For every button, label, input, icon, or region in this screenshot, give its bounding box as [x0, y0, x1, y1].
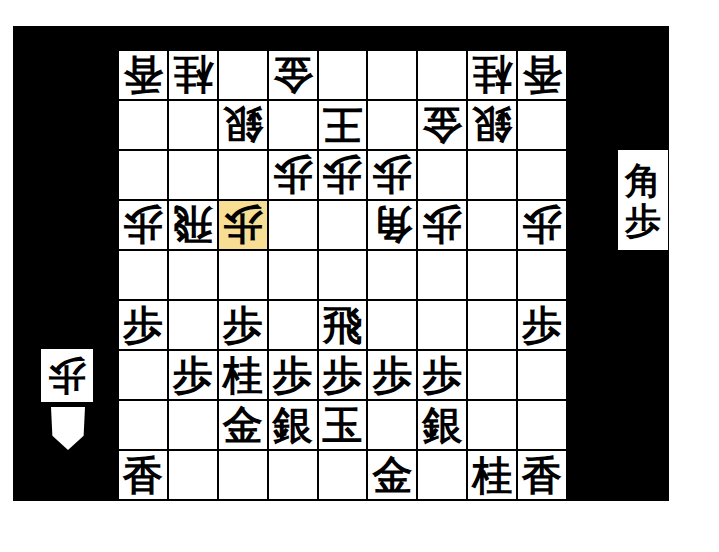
gote-piece: 歩	[123, 205, 163, 245]
gote-piece: 桂	[173, 55, 213, 95]
board-cell[interactable]	[269, 201, 317, 249]
gote-piece: 歩	[522, 205, 562, 245]
board-cell[interactable]: 香	[518, 51, 566, 99]
board-cell[interactable]: 桂	[169, 51, 217, 99]
board-cell[interactable]: 歩	[219, 301, 267, 349]
board-cell[interactable]: 歩	[269, 351, 317, 399]
board-cell[interactable]	[368, 401, 416, 449]
sente-piece: 歩	[422, 355, 462, 395]
board-cell[interactable]	[418, 251, 466, 299]
board-cell[interactable]: 角	[368, 201, 416, 249]
sente-piece: 銀	[422, 405, 462, 445]
board-cell[interactable]: 香	[518, 451, 566, 499]
board-cell[interactable]	[468, 301, 516, 349]
board-cell[interactable]: 歩	[119, 301, 167, 349]
board-cell[interactable]: 歩	[418, 201, 466, 249]
board-cell[interactable]	[368, 51, 416, 99]
board-cell[interactable]: 歩	[269, 151, 317, 199]
board-cell[interactable]	[119, 151, 167, 199]
board-cell[interactable]	[518, 151, 566, 199]
board-cell[interactable]	[368, 301, 416, 349]
board-cell[interactable]: 桂	[219, 351, 267, 399]
gote-piece: 桂	[472, 55, 512, 95]
gote-hand-piece[interactable]: 歩	[48, 357, 86, 395]
sente-piece: 香	[123, 455, 163, 495]
board-cell[interactable]: 金	[418, 101, 466, 149]
board-cell[interactable]: 歩	[518, 301, 566, 349]
board-cell[interactable]: 金	[368, 451, 416, 499]
board-cell[interactable]: 歩	[518, 201, 566, 249]
board-cell[interactable]	[468, 201, 516, 249]
board-cell[interactable]: 王	[319, 101, 367, 149]
gote-piece: 王	[322, 105, 362, 145]
sente-piece: 香	[522, 455, 562, 495]
gote-hand-tray: 歩	[41, 349, 93, 402]
gote-piece: 銀	[223, 105, 263, 145]
board-cell[interactable]	[169, 401, 217, 449]
sente-piece: 金	[372, 455, 412, 495]
board-cell[interactable]: 飛	[319, 301, 367, 349]
board-cell[interactable]: 香	[119, 51, 167, 99]
board-stage: 香桂金桂香銀王金銀歩歩歩歩飛歩角歩歩歩歩飛歩歩桂歩歩歩歩金銀玉銀香金桂香 角歩 …	[13, 26, 669, 501]
board-cell[interactable]: 金	[219, 401, 267, 449]
board-cell[interactable]: 銀	[219, 101, 267, 149]
gote-piece: 香	[123, 55, 163, 95]
gote-piece: 歩	[372, 155, 412, 195]
sente-piece: 金	[223, 405, 263, 445]
board-cell[interactable]: 玉	[319, 401, 367, 449]
gote-turn-marker-icon	[51, 407, 85, 450]
sente-piece: 歩	[223, 305, 263, 345]
gote-piece: 歩	[273, 155, 313, 195]
gote-piece: 金	[273, 55, 313, 95]
sente-piece: 飛	[322, 305, 362, 345]
board-cell[interactable]	[319, 201, 367, 249]
board-cell[interactable]: 銀	[468, 101, 516, 149]
board-cell[interactable]: 歩	[119, 201, 167, 249]
board-cell[interactable]	[518, 251, 566, 299]
board-cell[interactable]	[319, 51, 367, 99]
shogi-diagram-page: 香桂金桂香銀王金銀歩歩歩歩飛歩角歩歩歩歩飛歩歩桂歩歩歩歩金銀玉銀香金桂香 角歩 …	[0, 0, 719, 552]
gote-piece: 歩	[223, 205, 263, 245]
board-cell[interactable]: 桂	[468, 451, 516, 499]
board-cell[interactable]: 香	[119, 451, 167, 499]
board-cell[interactable]: 飛	[169, 201, 217, 249]
gote-piece: 歩	[422, 205, 462, 245]
board-cell[interactable]: 歩	[368, 151, 416, 199]
gote-piece: 銀	[472, 105, 512, 145]
sente-piece: 歩	[522, 305, 562, 345]
board-cell[interactable]	[119, 101, 167, 149]
board-cell[interactable]: 歩	[319, 151, 367, 199]
board-cell[interactable]	[319, 451, 367, 499]
board-cell[interactable]	[119, 401, 167, 449]
sente-hand-piece[interactable]: 歩	[625, 202, 661, 238]
board-cell[interactable]: 歩	[219, 201, 267, 249]
board-cell[interactable]	[269, 451, 317, 499]
board-cell[interactable]: 歩	[368, 351, 416, 399]
board-cell[interactable]	[119, 351, 167, 399]
gote-piece: 角	[372, 205, 412, 245]
gote-piece: 歩	[322, 155, 362, 195]
board-cell[interactable]	[219, 251, 267, 299]
board-cell[interactable]	[169, 251, 217, 299]
board-cell[interactable]	[219, 151, 267, 199]
board-cell[interactable]: 桂	[468, 51, 516, 99]
board-cell[interactable]	[518, 401, 566, 449]
gote-piece: 金	[422, 105, 462, 145]
board-cell[interactable]	[418, 301, 466, 349]
board-cell[interactable]	[468, 351, 516, 399]
gote-piece: 飛	[173, 205, 213, 245]
board-cell[interactable]	[418, 51, 466, 99]
board-cell[interactable]	[418, 151, 466, 199]
board-cell[interactable]	[169, 151, 217, 199]
sente-piece: 桂	[472, 455, 512, 495]
board-cell[interactable]: 歩	[319, 351, 367, 399]
board-cell[interactable]	[468, 251, 516, 299]
board-cell[interactable]: 金	[269, 51, 317, 99]
board-cell[interactable]	[119, 251, 167, 299]
sente-piece: 歩	[273, 355, 313, 395]
board-cell[interactable]: 歩	[169, 351, 217, 399]
board-cell[interactable]	[269, 251, 317, 299]
gote-piece: 香	[522, 55, 562, 95]
board-cell[interactable]	[169, 101, 217, 149]
board-cell[interactable]: 歩	[418, 351, 466, 399]
sente-piece: 歩	[123, 305, 163, 345]
board-cell[interactable]	[269, 101, 317, 149]
board-cell[interactable]: 銀	[418, 401, 466, 449]
sente-hand-tray: 角歩	[618, 150, 668, 250]
board-cell[interactable]	[468, 151, 516, 199]
board-cell[interactable]	[319, 251, 367, 299]
board-cell[interactable]	[518, 351, 566, 399]
board-cell[interactable]	[169, 451, 217, 499]
sente-piece: 玉	[322, 405, 362, 445]
sente-piece: 歩	[173, 355, 213, 395]
board: 香桂金桂香銀王金銀歩歩歩歩飛歩角歩歩歩歩飛歩歩桂歩歩歩歩金銀玉銀香金桂香	[119, 51, 566, 499]
board-cell[interactable]	[269, 301, 317, 349]
board-cell[interactable]	[169, 301, 217, 349]
board-cell[interactable]	[418, 451, 466, 499]
board-cell[interactable]	[219, 451, 267, 499]
sente-piece: 桂	[223, 355, 263, 395]
sente-hand-piece[interactable]: 角	[625, 162, 661, 198]
sente-piece: 歩	[372, 355, 412, 395]
board-cell[interactable]	[468, 401, 516, 449]
board-cell[interactable]	[518, 101, 566, 149]
sente-piece: 歩	[322, 355, 362, 395]
board-cell[interactable]	[219, 51, 267, 99]
board-cell[interactable]: 銀	[269, 401, 317, 449]
board-cell[interactable]	[368, 251, 416, 299]
board-cell[interactable]	[368, 101, 416, 149]
sente-piece: 銀	[273, 405, 313, 445]
